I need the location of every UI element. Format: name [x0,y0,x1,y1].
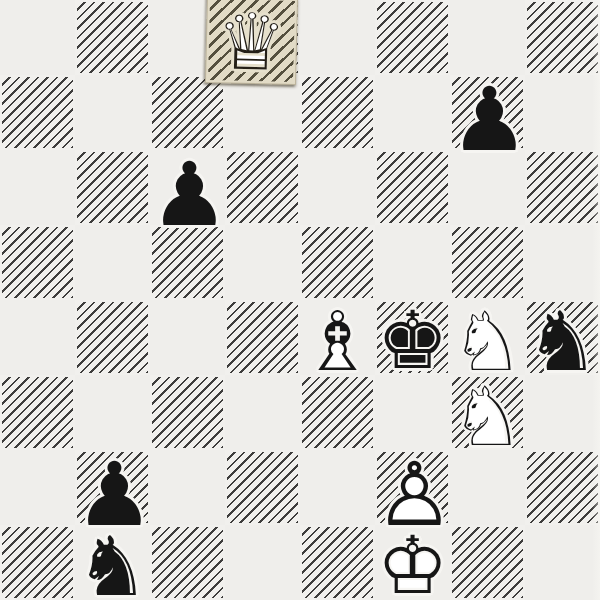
square-f7[interactable] [375,75,450,150]
square-c7[interactable] [150,75,225,150]
square-b1[interactable]: ♞ [75,525,150,600]
black-knight-glyph: ♞ [526,301,600,383]
square-a5[interactable] [0,225,75,300]
square-h5[interactable] [525,225,600,300]
black-king-glyph: ♚ [377,301,449,381]
square-c3[interactable] [150,375,225,450]
square-b7[interactable] [75,75,150,150]
square-b6[interactable] [75,150,150,225]
square-a8[interactable] [0,0,75,75]
square-g8[interactable] [450,0,525,75]
square-b2[interactable]: ♟ [75,450,150,525]
square-g5[interactable] [450,225,525,300]
black-knight-glyph: ♞ [76,526,150,600]
black-pawn-glyph: ♟ [150,151,229,239]
square-b8[interactable] [75,0,150,75]
square-e4[interactable]: ♝♗ [300,300,375,375]
square-f2[interactable]: ♟♙ [375,450,450,525]
square-a1[interactable] [0,525,75,600]
piece-white-queen-d8[interactable]: ♛♕ [205,0,298,85]
piece-black-king-f4[interactable]: ♚ [375,300,450,375]
piece-black-pawn-c6[interactable]: ♟ [150,150,225,225]
square-e1[interactable] [300,525,375,600]
square-e5[interactable] [300,225,375,300]
piece-white-pawn-f2[interactable]: ♟♙ [375,450,450,525]
square-g3[interactable]: ♞♘ [450,375,525,450]
square-e2[interactable] [300,450,375,525]
white-king-outline: ♔ [377,526,449,600]
square-f8[interactable] [375,0,450,75]
square-d2[interactable] [225,450,300,525]
square-a7[interactable] [0,75,75,150]
piece-black-pawn-b2[interactable]: ♟ [75,450,150,525]
square-g4[interactable]: ♞♘ [450,300,525,375]
square-f1[interactable]: ♚♔ [375,525,450,600]
square-f4[interactable]: ♚ [375,300,450,375]
square-d4[interactable] [225,300,300,375]
square-a3[interactable] [0,375,75,450]
square-e7[interactable] [300,75,375,150]
piece-white-king-f1[interactable]: ♚♔ [375,525,450,600]
black-pawn-glyph: ♟ [450,76,529,164]
white-bishop-outline: ♗ [301,301,375,383]
square-c4[interactable] [150,300,225,375]
square-g7[interactable]: ♟ [450,75,525,150]
square-b4[interactable] [75,300,150,375]
white-queen-outline: ♕ [216,2,288,82]
square-h4[interactable]: ♞ [525,300,600,375]
piece-white-knight-g3[interactable]: ♞♘ [450,375,525,450]
square-f6[interactable] [375,150,450,225]
square-d3[interactable] [225,375,300,450]
square-f5[interactable] [375,225,450,300]
square-b5[interactable] [75,225,150,300]
square-b3[interactable] [75,375,150,450]
square-h6[interactable] [525,150,600,225]
white-knight-outline: ♘ [451,376,525,458]
square-a4[interactable] [0,300,75,375]
square-h2[interactable] [525,450,600,525]
piece-white-knight-g4[interactable]: ♞♘ [450,300,525,375]
pasted-erratum-sticker: ♛♕ [205,0,298,85]
square-h1[interactable] [525,525,600,600]
square-d6[interactable] [225,150,300,225]
piece-black-pawn-g7[interactable]: ♟ [450,75,525,150]
square-d5[interactable] [225,225,300,300]
square-c1[interactable] [150,525,225,600]
square-a2[interactable] [0,450,75,525]
square-a6[interactable] [0,150,75,225]
square-c6[interactable]: ♟ [150,150,225,225]
chess-board: ♟♟♝♗♚♞♘♞♞♘♟♟♙♞♚♔♛♕ [0,0,600,600]
piece-black-knight-b1[interactable]: ♞ [75,525,150,600]
square-h7[interactable] [525,75,600,150]
square-g1[interactable] [450,525,525,600]
piece-black-knight-h4[interactable]: ♞ [525,300,600,375]
square-e8[interactable] [300,0,375,75]
piece-white-bishop-e4[interactable]: ♝♗ [300,300,375,375]
square-h8[interactable] [525,0,600,75]
square-e6[interactable] [300,150,375,225]
square-c2[interactable] [150,450,225,525]
square-d1[interactable] [225,525,300,600]
